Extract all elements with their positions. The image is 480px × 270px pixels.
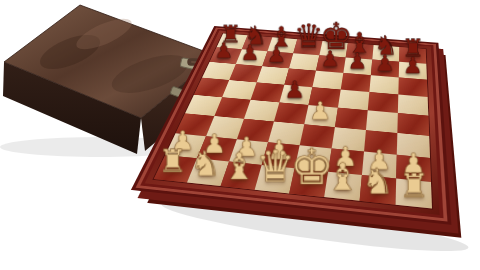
red-pawn-c7[interactable]: ♟	[263, 44, 290, 66]
square-g4[interactable]	[366, 110, 398, 133]
white-knight-g1[interactable]: ♞	[360, 164, 396, 200]
square-h1[interactable]: ♜	[396, 179, 432, 209]
square-f1[interactable]: ♝	[324, 172, 362, 201]
red-pawn-a7[interactable]: ♟	[210, 40, 237, 61]
square-e1[interactable]: ♚	[289, 168, 328, 197]
white-king-e1[interactable]: ♚	[290, 143, 325, 192]
red-pawn-e7[interactable]: ♟	[316, 48, 343, 70]
product-photo-scene: ♜♞♝♛♚♝♞♜♟♟♟♟♟♟♟♟♟♟♟♟♟♟♟♟♜♞♝♛♚♝♞♜	[0, 0, 480, 270]
red-pawn-h7[interactable]: ♟	[399, 55, 427, 77]
white-knight-b1[interactable]: ♞	[188, 147, 222, 181]
white-bishop-c1[interactable]: ♝	[222, 148, 257, 185]
square-d7[interactable]	[289, 53, 319, 70]
red-pawn-g7[interactable]: ♟	[371, 52, 399, 74]
red-pawn-b7[interactable]: ♟	[237, 42, 264, 63]
red-pawn-f7[interactable]: ♟	[344, 50, 371, 72]
square-d1[interactable]: ♛	[255, 165, 295, 193]
white-pawn-e4[interactable]: ♟	[305, 99, 336, 124]
square-f5[interactable]	[338, 90, 369, 111]
square-c4[interactable]	[244, 100, 279, 122]
white-rook-h1[interactable]: ♜	[396, 170, 432, 203]
square-g1[interactable]: ♞	[360, 175, 397, 205]
white-queen-d1[interactable]: ♛	[256, 144, 291, 188]
white-bishop-f1[interactable]: ♝	[325, 158, 360, 196]
square-g5[interactable]	[368, 92, 399, 113]
white-rook-a1[interactable]: ♜	[155, 146, 189, 178]
square-d4[interactable]	[274, 102, 309, 124]
